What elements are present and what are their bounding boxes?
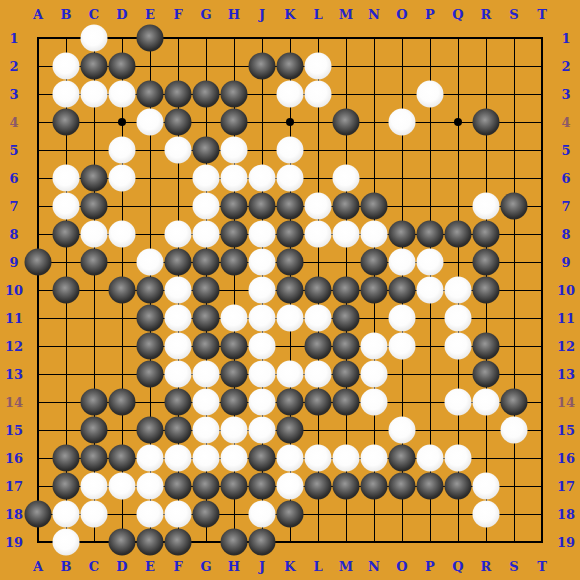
point-E19[interactable] bbox=[136, 528, 164, 556]
point-A5[interactable] bbox=[24, 136, 52, 164]
point-B12[interactable] bbox=[52, 332, 80, 360]
point-P13[interactable] bbox=[416, 360, 444, 388]
point-P18[interactable] bbox=[416, 500, 444, 528]
point-A2[interactable] bbox=[24, 52, 52, 80]
point-D3[interactable] bbox=[108, 80, 136, 108]
point-G2[interactable] bbox=[192, 52, 220, 80]
point-M18[interactable] bbox=[332, 500, 360, 528]
point-J4[interactable] bbox=[248, 108, 276, 136]
point-L14[interactable] bbox=[304, 388, 332, 416]
point-A3[interactable] bbox=[24, 80, 52, 108]
point-P16[interactable] bbox=[416, 444, 444, 472]
point-N5[interactable] bbox=[360, 136, 388, 164]
point-C13[interactable] bbox=[80, 360, 108, 388]
point-K9[interactable] bbox=[276, 248, 304, 276]
point-D19[interactable] bbox=[108, 528, 136, 556]
point-P1[interactable] bbox=[416, 24, 444, 52]
point-T13[interactable] bbox=[528, 360, 556, 388]
point-F16[interactable] bbox=[164, 444, 192, 472]
point-N2[interactable] bbox=[360, 52, 388, 80]
point-P11[interactable] bbox=[416, 304, 444, 332]
point-C7[interactable] bbox=[80, 192, 108, 220]
point-S5[interactable] bbox=[500, 136, 528, 164]
point-M6[interactable] bbox=[332, 164, 360, 192]
point-G10[interactable] bbox=[192, 276, 220, 304]
point-O11[interactable] bbox=[388, 304, 416, 332]
point-J14[interactable] bbox=[248, 388, 276, 416]
point-S11[interactable] bbox=[500, 304, 528, 332]
point-D13[interactable] bbox=[108, 360, 136, 388]
point-K19[interactable] bbox=[276, 528, 304, 556]
point-J8[interactable] bbox=[248, 220, 276, 248]
point-A10[interactable] bbox=[24, 276, 52, 304]
point-E9[interactable] bbox=[136, 248, 164, 276]
point-J10[interactable] bbox=[248, 276, 276, 304]
point-H3[interactable] bbox=[220, 80, 248, 108]
point-H15[interactable] bbox=[220, 416, 248, 444]
point-Q18[interactable] bbox=[444, 500, 472, 528]
point-B3[interactable] bbox=[52, 80, 80, 108]
point-P15[interactable] bbox=[416, 416, 444, 444]
point-D2[interactable] bbox=[108, 52, 136, 80]
point-M4[interactable] bbox=[332, 108, 360, 136]
point-G19[interactable] bbox=[192, 528, 220, 556]
point-E1[interactable] bbox=[136, 24, 164, 52]
point-H19[interactable] bbox=[220, 528, 248, 556]
point-H10[interactable] bbox=[220, 276, 248, 304]
point-N15[interactable] bbox=[360, 416, 388, 444]
point-P14[interactable] bbox=[416, 388, 444, 416]
point-G5[interactable] bbox=[192, 136, 220, 164]
point-H16[interactable] bbox=[220, 444, 248, 472]
point-K13[interactable] bbox=[276, 360, 304, 388]
point-R5[interactable] bbox=[472, 136, 500, 164]
point-T12[interactable] bbox=[528, 332, 556, 360]
point-J15[interactable] bbox=[248, 416, 276, 444]
point-F7[interactable] bbox=[164, 192, 192, 220]
point-T3[interactable] bbox=[528, 80, 556, 108]
point-A4[interactable] bbox=[24, 108, 52, 136]
point-B4[interactable] bbox=[52, 108, 80, 136]
point-K7[interactable] bbox=[276, 192, 304, 220]
point-A17[interactable] bbox=[24, 472, 52, 500]
point-C12[interactable] bbox=[80, 332, 108, 360]
point-E11[interactable] bbox=[136, 304, 164, 332]
point-K4[interactable] bbox=[276, 108, 304, 136]
point-O12[interactable] bbox=[388, 332, 416, 360]
point-H4[interactable] bbox=[220, 108, 248, 136]
point-S10[interactable] bbox=[500, 276, 528, 304]
point-R14[interactable] bbox=[472, 388, 500, 416]
point-T11[interactable] bbox=[528, 304, 556, 332]
point-P9[interactable] bbox=[416, 248, 444, 276]
point-O6[interactable] bbox=[388, 164, 416, 192]
point-M16[interactable] bbox=[332, 444, 360, 472]
point-G15[interactable] bbox=[192, 416, 220, 444]
point-B9[interactable] bbox=[52, 248, 80, 276]
point-N1[interactable] bbox=[360, 24, 388, 52]
point-C1[interactable] bbox=[80, 24, 108, 52]
point-G13[interactable] bbox=[192, 360, 220, 388]
point-O8[interactable] bbox=[388, 220, 416, 248]
point-T8[interactable] bbox=[528, 220, 556, 248]
point-F13[interactable] bbox=[164, 360, 192, 388]
point-H6[interactable] bbox=[220, 164, 248, 192]
point-T17[interactable] bbox=[528, 472, 556, 500]
point-L9[interactable] bbox=[304, 248, 332, 276]
point-T6[interactable] bbox=[528, 164, 556, 192]
point-B6[interactable] bbox=[52, 164, 80, 192]
point-L2[interactable] bbox=[304, 52, 332, 80]
point-Q15[interactable] bbox=[444, 416, 472, 444]
point-L13[interactable] bbox=[304, 360, 332, 388]
point-D18[interactable] bbox=[108, 500, 136, 528]
point-D16[interactable] bbox=[108, 444, 136, 472]
point-R6[interactable] bbox=[472, 164, 500, 192]
point-C4[interactable] bbox=[80, 108, 108, 136]
point-C2[interactable] bbox=[80, 52, 108, 80]
point-L7[interactable] bbox=[304, 192, 332, 220]
point-G3[interactable] bbox=[192, 80, 220, 108]
point-J7[interactable] bbox=[248, 192, 276, 220]
point-B5[interactable] bbox=[52, 136, 80, 164]
point-P8[interactable] bbox=[416, 220, 444, 248]
point-F18[interactable] bbox=[164, 500, 192, 528]
point-S17[interactable] bbox=[500, 472, 528, 500]
point-C18[interactable] bbox=[80, 500, 108, 528]
point-Q7[interactable] bbox=[444, 192, 472, 220]
point-L8[interactable] bbox=[304, 220, 332, 248]
point-R13[interactable] bbox=[472, 360, 500, 388]
point-J2[interactable] bbox=[248, 52, 276, 80]
point-D9[interactable] bbox=[108, 248, 136, 276]
point-M9[interactable] bbox=[332, 248, 360, 276]
point-R10[interactable] bbox=[472, 276, 500, 304]
point-D14[interactable] bbox=[108, 388, 136, 416]
point-K8[interactable] bbox=[276, 220, 304, 248]
point-L17[interactable] bbox=[304, 472, 332, 500]
point-C11[interactable] bbox=[80, 304, 108, 332]
point-O10[interactable] bbox=[388, 276, 416, 304]
point-K3[interactable] bbox=[276, 80, 304, 108]
point-K15[interactable] bbox=[276, 416, 304, 444]
point-Q12[interactable] bbox=[444, 332, 472, 360]
point-R16[interactable] bbox=[472, 444, 500, 472]
point-O1[interactable] bbox=[388, 24, 416, 52]
point-A6[interactable] bbox=[24, 164, 52, 192]
point-F12[interactable] bbox=[164, 332, 192, 360]
point-P3[interactable] bbox=[416, 80, 444, 108]
point-K1[interactable] bbox=[276, 24, 304, 52]
point-D6[interactable] bbox=[108, 164, 136, 192]
point-K17[interactable] bbox=[276, 472, 304, 500]
point-S7[interactable] bbox=[500, 192, 528, 220]
point-T18[interactable] bbox=[528, 500, 556, 528]
point-Q17[interactable] bbox=[444, 472, 472, 500]
point-R12[interactable] bbox=[472, 332, 500, 360]
point-L1[interactable] bbox=[304, 24, 332, 52]
point-L15[interactable] bbox=[304, 416, 332, 444]
point-H18[interactable] bbox=[220, 500, 248, 528]
point-P5[interactable] bbox=[416, 136, 444, 164]
point-T19[interactable] bbox=[528, 528, 556, 556]
point-B8[interactable] bbox=[52, 220, 80, 248]
point-N12[interactable] bbox=[360, 332, 388, 360]
point-C5[interactable] bbox=[80, 136, 108, 164]
point-E10[interactable] bbox=[136, 276, 164, 304]
point-N13[interactable] bbox=[360, 360, 388, 388]
point-B18[interactable] bbox=[52, 500, 80, 528]
point-B17[interactable] bbox=[52, 472, 80, 500]
point-Q6[interactable] bbox=[444, 164, 472, 192]
point-R18[interactable] bbox=[472, 500, 500, 528]
point-M15[interactable] bbox=[332, 416, 360, 444]
point-L10[interactable] bbox=[304, 276, 332, 304]
point-M14[interactable] bbox=[332, 388, 360, 416]
point-P19[interactable] bbox=[416, 528, 444, 556]
point-T14[interactable] bbox=[528, 388, 556, 416]
point-R17[interactable] bbox=[472, 472, 500, 500]
point-S3[interactable] bbox=[500, 80, 528, 108]
point-F15[interactable] bbox=[164, 416, 192, 444]
point-M2[interactable] bbox=[332, 52, 360, 80]
point-F8[interactable] bbox=[164, 220, 192, 248]
point-R8[interactable] bbox=[472, 220, 500, 248]
point-Q9[interactable] bbox=[444, 248, 472, 276]
point-T1[interactable] bbox=[528, 24, 556, 52]
point-T10[interactable] bbox=[528, 276, 556, 304]
point-S14[interactable] bbox=[500, 388, 528, 416]
point-S9[interactable] bbox=[500, 248, 528, 276]
point-K16[interactable] bbox=[276, 444, 304, 472]
point-F17[interactable] bbox=[164, 472, 192, 500]
point-C9[interactable] bbox=[80, 248, 108, 276]
point-Q10[interactable] bbox=[444, 276, 472, 304]
point-O9[interactable] bbox=[388, 248, 416, 276]
point-H9[interactable] bbox=[220, 248, 248, 276]
point-K6[interactable] bbox=[276, 164, 304, 192]
point-J19[interactable] bbox=[248, 528, 276, 556]
point-R9[interactable] bbox=[472, 248, 500, 276]
point-T4[interactable] bbox=[528, 108, 556, 136]
point-Q16[interactable] bbox=[444, 444, 472, 472]
point-S4[interactable] bbox=[500, 108, 528, 136]
point-L12[interactable] bbox=[304, 332, 332, 360]
point-C14[interactable] bbox=[80, 388, 108, 416]
point-L6[interactable] bbox=[304, 164, 332, 192]
point-D7[interactable] bbox=[108, 192, 136, 220]
point-G8[interactable] bbox=[192, 220, 220, 248]
point-P17[interactable] bbox=[416, 472, 444, 500]
point-E15[interactable] bbox=[136, 416, 164, 444]
point-D4[interactable] bbox=[108, 108, 136, 136]
point-H11[interactable] bbox=[220, 304, 248, 332]
point-E4[interactable] bbox=[136, 108, 164, 136]
point-L4[interactable] bbox=[304, 108, 332, 136]
point-A7[interactable] bbox=[24, 192, 52, 220]
point-S2[interactable] bbox=[500, 52, 528, 80]
point-J9[interactable] bbox=[248, 248, 276, 276]
point-R15[interactable] bbox=[472, 416, 500, 444]
point-K14[interactable] bbox=[276, 388, 304, 416]
point-Q8[interactable] bbox=[444, 220, 472, 248]
point-O4[interactable] bbox=[388, 108, 416, 136]
point-M13[interactable] bbox=[332, 360, 360, 388]
point-P7[interactable] bbox=[416, 192, 444, 220]
point-M8[interactable] bbox=[332, 220, 360, 248]
point-M10[interactable] bbox=[332, 276, 360, 304]
point-N14[interactable] bbox=[360, 388, 388, 416]
point-M5[interactable] bbox=[332, 136, 360, 164]
point-F2[interactable] bbox=[164, 52, 192, 80]
point-Q2[interactable] bbox=[444, 52, 472, 80]
point-N7[interactable] bbox=[360, 192, 388, 220]
point-M11[interactable] bbox=[332, 304, 360, 332]
point-D11[interactable] bbox=[108, 304, 136, 332]
point-K10[interactable] bbox=[276, 276, 304, 304]
point-A16[interactable] bbox=[24, 444, 52, 472]
point-R1[interactable] bbox=[472, 24, 500, 52]
point-E5[interactable] bbox=[136, 136, 164, 164]
point-G1[interactable] bbox=[192, 24, 220, 52]
point-F3[interactable] bbox=[164, 80, 192, 108]
point-N11[interactable] bbox=[360, 304, 388, 332]
point-E16[interactable] bbox=[136, 444, 164, 472]
point-P10[interactable] bbox=[416, 276, 444, 304]
point-B11[interactable] bbox=[52, 304, 80, 332]
point-O17[interactable] bbox=[388, 472, 416, 500]
point-M17[interactable] bbox=[332, 472, 360, 500]
point-T2[interactable] bbox=[528, 52, 556, 80]
point-E6[interactable] bbox=[136, 164, 164, 192]
point-D10[interactable] bbox=[108, 276, 136, 304]
point-G7[interactable] bbox=[192, 192, 220, 220]
point-B19[interactable] bbox=[52, 528, 80, 556]
point-A11[interactable] bbox=[24, 304, 52, 332]
point-H8[interactable] bbox=[220, 220, 248, 248]
point-R3[interactable] bbox=[472, 80, 500, 108]
point-S1[interactable] bbox=[500, 24, 528, 52]
point-Q13[interactable] bbox=[444, 360, 472, 388]
point-B2[interactable] bbox=[52, 52, 80, 80]
point-G17[interactable] bbox=[192, 472, 220, 500]
point-E2[interactable] bbox=[136, 52, 164, 80]
point-M12[interactable] bbox=[332, 332, 360, 360]
point-Q3[interactable] bbox=[444, 80, 472, 108]
point-S13[interactable] bbox=[500, 360, 528, 388]
point-C8[interactable] bbox=[80, 220, 108, 248]
point-A8[interactable] bbox=[24, 220, 52, 248]
point-A14[interactable] bbox=[24, 388, 52, 416]
point-D5[interactable] bbox=[108, 136, 136, 164]
point-R7[interactable] bbox=[472, 192, 500, 220]
point-K12[interactable] bbox=[276, 332, 304, 360]
point-N9[interactable] bbox=[360, 248, 388, 276]
point-J1[interactable] bbox=[248, 24, 276, 52]
point-R2[interactable] bbox=[472, 52, 500, 80]
point-F5[interactable] bbox=[164, 136, 192, 164]
point-J6[interactable] bbox=[248, 164, 276, 192]
point-L18[interactable] bbox=[304, 500, 332, 528]
point-J13[interactable] bbox=[248, 360, 276, 388]
point-T5[interactable] bbox=[528, 136, 556, 164]
point-E14[interactable] bbox=[136, 388, 164, 416]
point-G6[interactable] bbox=[192, 164, 220, 192]
point-S19[interactable] bbox=[500, 528, 528, 556]
point-O13[interactable] bbox=[388, 360, 416, 388]
point-S8[interactable] bbox=[500, 220, 528, 248]
point-T16[interactable] bbox=[528, 444, 556, 472]
point-B13[interactable] bbox=[52, 360, 80, 388]
point-N6[interactable] bbox=[360, 164, 388, 192]
point-C3[interactable] bbox=[80, 80, 108, 108]
point-O3[interactable] bbox=[388, 80, 416, 108]
point-D1[interactable] bbox=[108, 24, 136, 52]
point-B7[interactable] bbox=[52, 192, 80, 220]
point-E3[interactable] bbox=[136, 80, 164, 108]
point-B1[interactable] bbox=[52, 24, 80, 52]
point-F6[interactable] bbox=[164, 164, 192, 192]
point-O19[interactable] bbox=[388, 528, 416, 556]
point-J11[interactable] bbox=[248, 304, 276, 332]
point-F19[interactable] bbox=[164, 528, 192, 556]
point-A1[interactable] bbox=[24, 24, 52, 52]
point-A18[interactable] bbox=[24, 500, 52, 528]
point-Q19[interactable] bbox=[444, 528, 472, 556]
point-G4[interactable] bbox=[192, 108, 220, 136]
point-G14[interactable] bbox=[192, 388, 220, 416]
point-S16[interactable] bbox=[500, 444, 528, 472]
point-O18[interactable] bbox=[388, 500, 416, 528]
point-D15[interactable] bbox=[108, 416, 136, 444]
point-D17[interactable] bbox=[108, 472, 136, 500]
point-K11[interactable] bbox=[276, 304, 304, 332]
point-J5[interactable] bbox=[248, 136, 276, 164]
point-C16[interactable] bbox=[80, 444, 108, 472]
point-J16[interactable] bbox=[248, 444, 276, 472]
point-P4[interactable] bbox=[416, 108, 444, 136]
point-P12[interactable] bbox=[416, 332, 444, 360]
point-E13[interactable] bbox=[136, 360, 164, 388]
point-A12[interactable] bbox=[24, 332, 52, 360]
point-G9[interactable] bbox=[192, 248, 220, 276]
point-J17[interactable] bbox=[248, 472, 276, 500]
point-J18[interactable] bbox=[248, 500, 276, 528]
point-B15[interactable] bbox=[52, 416, 80, 444]
point-S6[interactable] bbox=[500, 164, 528, 192]
point-Q5[interactable] bbox=[444, 136, 472, 164]
point-P2[interactable] bbox=[416, 52, 444, 80]
point-O16[interactable] bbox=[388, 444, 416, 472]
point-S12[interactable] bbox=[500, 332, 528, 360]
point-N8[interactable] bbox=[360, 220, 388, 248]
point-K18[interactable] bbox=[276, 500, 304, 528]
point-B16[interactable] bbox=[52, 444, 80, 472]
point-R4[interactable] bbox=[472, 108, 500, 136]
point-E17[interactable] bbox=[136, 472, 164, 500]
point-P6[interactable] bbox=[416, 164, 444, 192]
point-C10[interactable] bbox=[80, 276, 108, 304]
point-S15[interactable] bbox=[500, 416, 528, 444]
point-E7[interactable] bbox=[136, 192, 164, 220]
point-A15[interactable] bbox=[24, 416, 52, 444]
point-F14[interactable] bbox=[164, 388, 192, 416]
point-O2[interactable] bbox=[388, 52, 416, 80]
point-O14[interactable] bbox=[388, 388, 416, 416]
point-G11[interactable] bbox=[192, 304, 220, 332]
point-H7[interactable] bbox=[220, 192, 248, 220]
point-Q1[interactable] bbox=[444, 24, 472, 52]
